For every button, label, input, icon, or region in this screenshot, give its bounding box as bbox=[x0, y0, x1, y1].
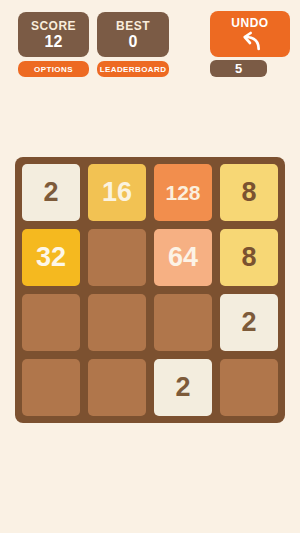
tile-2: 2 bbox=[22, 164, 80, 221]
best-value: 0 bbox=[129, 33, 138, 50]
options-button[interactable]: OPTIONS bbox=[18, 61, 89, 77]
tile-8: 8 bbox=[220, 164, 278, 221]
undo-button-label: UNDO bbox=[231, 16, 268, 30]
score-box: SCORE 12 bbox=[18, 12, 89, 57]
undo-button[interactable]: UNDO bbox=[210, 11, 290, 57]
undo-group: UNDO 5 bbox=[210, 11, 290, 77]
undo-arrow-icon bbox=[236, 31, 264, 51]
empty-cell bbox=[22, 294, 80, 351]
leaderboard-button[interactable]: LEADERBOARD bbox=[97, 61, 169, 77]
tile-16: 16 bbox=[88, 164, 146, 221]
best-label: BEST bbox=[116, 19, 150, 33]
empty-cell bbox=[22, 359, 80, 416]
best-box: BEST 0 bbox=[97, 12, 169, 57]
score-group: SCORE 12 OPTIONS bbox=[18, 12, 89, 77]
tile-128: 128 bbox=[154, 164, 212, 221]
empty-cell bbox=[88, 359, 146, 416]
best-group: BEST 0 LEADERBOARD bbox=[97, 12, 169, 77]
score-label: SCORE bbox=[31, 19, 76, 33]
empty-cell bbox=[154, 294, 212, 351]
tile-2: 2 bbox=[154, 359, 212, 416]
score-value: 12 bbox=[45, 33, 63, 50]
empty-cell bbox=[88, 294, 146, 351]
empty-cell bbox=[220, 359, 278, 416]
game-2048-app: SCORE 12 OPTIONS BEST 0 LEADERBOARD UNDO… bbox=[0, 0, 300, 533]
board-grid[interactable]: 21612883264822 bbox=[15, 157, 285, 423]
empty-cell bbox=[88, 229, 146, 286]
tile-64: 64 bbox=[154, 229, 212, 286]
undo-count: 5 bbox=[235, 61, 242, 76]
tile-2: 2 bbox=[220, 294, 278, 351]
undo-count-box: 5 bbox=[210, 60, 267, 77]
tile-8: 8 bbox=[220, 229, 278, 286]
tile-32: 32 bbox=[22, 229, 80, 286]
